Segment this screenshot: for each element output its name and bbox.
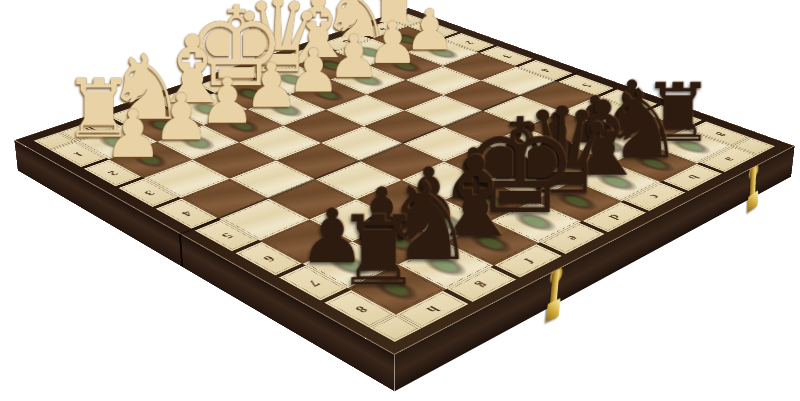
coordinate-label: d [605,212,624,221]
coordinate-label: 4 [178,209,195,217]
coordinate-label: 2 [105,168,121,175]
coordinate-label: g [472,279,492,289]
chess-board: 12345678 12345678 abcdefgh abcdefgh ♜♟♟♜… [14,7,795,354]
black-rook-h8[interactable]: ♜ [294,205,463,297]
coordinate-label: h [422,303,443,314]
latch-clasp [546,298,561,322]
squares-grid: ♜♟♟♜♞♟♟♞♝♟♟♝♛♟♟♛♚♟♟♚♝♟♟♝♞♟♟♞♜♟♟♜ [76,26,733,314]
coordinate-label: c [646,192,664,200]
coordinate-label: 3 [140,188,156,196]
fold-seam-side [179,233,183,267]
coordinate-label: f [520,256,537,264]
coordinate-label: a [720,155,738,162]
coordinate-label: b [683,173,702,181]
coordinate-label: 4 [537,67,552,73]
coordinate-label: 5 [218,230,235,239]
board-surface: 12345678 12345678 abcdefgh abcdefgh ♜♟♟♜… [14,7,795,354]
coordinate-label: 3 [499,53,514,58]
brass-latch [747,162,758,214]
white-pawn-h2[interactable]: ♟ [61,103,205,166]
chess-set-photo: 12345678 12345678 abcdefgh abcdefgh ♜♟♟♜… [0,0,800,401]
coordinate-label: 8 [350,303,370,313]
coordinate-label: e [563,233,581,242]
brass-latch [546,265,563,324]
